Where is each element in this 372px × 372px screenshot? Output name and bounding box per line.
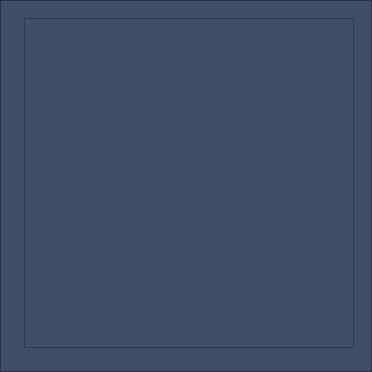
- file-labels: [25, 347, 353, 372]
- chess-board[interactable]: [25, 19, 353, 347]
- rank-labels: [0, 19, 25, 347]
- chess-board-frame: [0, 0, 372, 372]
